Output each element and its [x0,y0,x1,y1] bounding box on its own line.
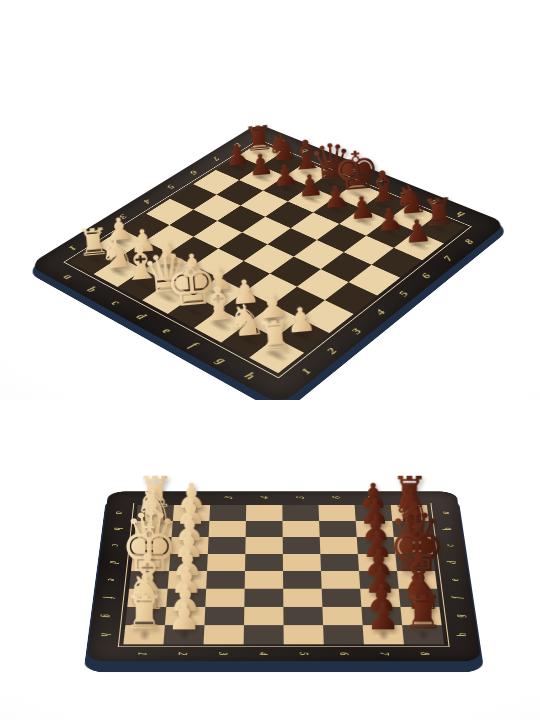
square-c4 [245,537,283,554]
rank-label-3-E: 3 [217,652,230,655]
rank-label-7-E: 7 [439,254,454,262]
rank-label-7-E: 7 [378,652,391,655]
rank-label-5-E: 5 [395,289,410,297]
camera-roll-wrapper: abcdefghabcdefgh1234567812345678♜♞♝♛♚♝♞♜… [0,0,540,453]
angled-board-scene: abcdefghabcdefgh1234567812345678♜♞♝♛♚♝♞♜… [0,0,540,453]
piece-black-pawn: ♟ [336,538,430,634]
square-b4 [246,521,283,537]
rank-label-5-E: 5 [298,652,311,655]
chess-board: abcdefghabcdefgh1234567812345678♜♞♝♛♚♝♞♜… [28,123,507,405]
square-f5 [283,589,322,607]
piece-black-pawn: ♟ [365,149,464,250]
piece-white-rook: ♜ [97,538,191,634]
square-b5 [283,521,320,537]
square-d5 [283,554,321,571]
square-h5 [349,265,401,296]
rank-label-2-E: 2 [176,652,189,655]
square-h6 [372,248,423,278]
rank-label-1-E: 1 [136,652,149,655]
rank-label-1-E: 1 [297,365,313,375]
square-d4 [245,554,283,571]
black-pawn-glyph: ♟ [402,215,433,247]
product-photo-side-view: abcdefghabcdefgh1234567812345678♜♞♝♛♚♝♞♜… [0,400,540,720]
black-pawn-glyph: ♟ [366,599,400,635]
rank-label-6-E: 6 [338,652,351,655]
square-a5 [282,505,319,521]
square-a4 [246,505,283,521]
rank-label-6-E: 6 [418,271,433,279]
square-h4 [244,625,284,644]
square-h5 [284,625,324,644]
white-rook-glyph: ♜ [255,315,295,357]
square-c5 [283,537,321,554]
rank-label-4-W: 4 [259,496,270,498]
chess-board: abcdefghabcdefgh1234567812345678♜♞♝♛♚♝♞♜… [86,491,481,661]
rank-label-4-E: 4 [257,652,270,655]
square-g5 [283,607,323,626]
product-photo-angled-view: abcdefghabcdefgh1234567812345678♜♞♝♛♚♝♞♜… [0,0,540,430]
rank-label-4-E: 4 [372,307,387,316]
square-e4 [245,571,284,589]
square-e5 [283,571,322,589]
side-board-scene: abcdefghabcdefgh1234567812345678♜♞♝♛♚♝♞♜… [0,400,540,720]
square-f4 [244,589,283,607]
file-label-h-S: h [243,370,259,381]
rank-label-5-W: 5 [295,496,306,498]
rank-label-8-E: 8 [419,652,432,655]
square-g4 [244,607,284,626]
white-rook-glyph: ♜ [124,591,165,635]
piece-white-rook: ♜ [218,249,327,360]
